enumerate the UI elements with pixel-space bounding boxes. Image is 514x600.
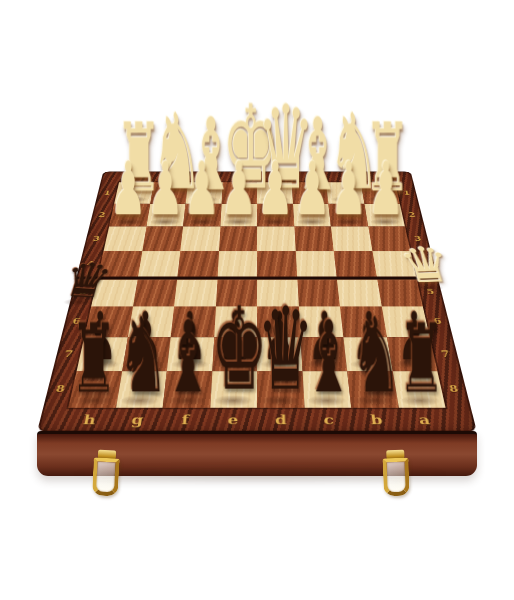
piece-shadow bbox=[354, 395, 395, 406]
file-label-h: h bbox=[64, 412, 115, 427]
piece-shadow bbox=[73, 395, 115, 406]
piece-shadow bbox=[369, 218, 401, 225]
white-rook: ♜ bbox=[115, 110, 150, 205]
file-label-f: f bbox=[161, 412, 210, 427]
square-f8: ♝ bbox=[163, 371, 212, 408]
square-a3 bbox=[368, 226, 410, 251]
square-e3 bbox=[219, 226, 257, 251]
piece-shadow bbox=[261, 395, 301, 406]
square-c8: ♝ bbox=[302, 371, 351, 408]
square-a2: ♟ bbox=[364, 204, 405, 227]
square-c4 bbox=[295, 251, 336, 277]
piece-shadow bbox=[81, 359, 121, 369]
piece-shadow bbox=[260, 218, 291, 225]
square-c2: ♟ bbox=[293, 204, 331, 227]
square-g4 bbox=[137, 251, 180, 277]
square-e1: ♚ bbox=[221, 182, 257, 203]
piece-shadow bbox=[394, 359, 434, 369]
hinge-fold-seam bbox=[76, 276, 438, 279]
square-h1: ♜ bbox=[114, 182, 153, 203]
piece-shadow bbox=[330, 196, 361, 203]
square-f5 bbox=[174, 278, 217, 307]
square-b8: ♞ bbox=[347, 371, 398, 408]
square-g5 bbox=[133, 278, 178, 307]
file-label-d: d bbox=[257, 412, 305, 427]
file-labels: hgfedcba bbox=[63, 408, 451, 432]
board-scene: ♜♞♝♚♛♝♞♜♟♟♟♟♟♟♟♟♟♟♟♟♟♟♟♟♜♞♝♚♛♝♞♜ hgfedcb… bbox=[37, 0, 477, 432]
piece-shadow bbox=[295, 196, 325, 203]
square-c7: ♟ bbox=[300, 337, 347, 371]
white-queen: ♛ bbox=[257, 90, 292, 206]
square-d7: ♟ bbox=[257, 337, 302, 371]
square-f6 bbox=[171, 306, 216, 337]
square-d4 bbox=[257, 251, 297, 277]
square-g6 bbox=[127, 306, 174, 337]
piece-shadow bbox=[261, 359, 299, 369]
square-b5 bbox=[337, 278, 382, 307]
piece-shadow bbox=[126, 359, 165, 369]
square-b2: ♟ bbox=[328, 204, 368, 227]
white-bishop: ♝ bbox=[186, 105, 221, 205]
square-a4 bbox=[372, 251, 416, 277]
floor-shadow bbox=[70, 466, 450, 482]
piece-shadow bbox=[223, 218, 254, 225]
square-b1: ♞ bbox=[326, 182, 364, 203]
square-a5 bbox=[377, 278, 423, 307]
piece-shadow bbox=[167, 395, 207, 406]
square-c1: ♝ bbox=[291, 182, 328, 203]
square-f7: ♟ bbox=[167, 337, 214, 371]
square-b3 bbox=[331, 226, 372, 251]
square-b4 bbox=[334, 251, 377, 277]
file-label-a: a bbox=[399, 412, 450, 427]
square-d2: ♟ bbox=[257, 204, 294, 227]
square-g2: ♟ bbox=[146, 204, 186, 227]
piece-shadow bbox=[189, 196, 219, 203]
chess-set-photo: ♜♞♝♚♛♝♞♜♟♟♟♟♟♟♟♟♟♟♟♟♟♟♟♟♜♞♝♚♛♝♞♜ hgfedcb… bbox=[0, 0, 514, 600]
square-h4 bbox=[98, 251, 142, 277]
square-h3 bbox=[104, 226, 146, 251]
square-g1: ♞ bbox=[150, 182, 188, 203]
piece-shadow bbox=[120, 395, 161, 406]
piece-shadow bbox=[214, 395, 254, 406]
square-a1: ♜ bbox=[360, 182, 399, 203]
piece-shadow bbox=[305, 359, 343, 369]
piece-shadow bbox=[186, 218, 217, 225]
piece-shadow bbox=[153, 196, 184, 203]
piece-shadow bbox=[400, 395, 442, 406]
piece-shadow bbox=[333, 218, 365, 225]
piece-shadow bbox=[112, 218, 144, 225]
square-a8: ♜ bbox=[392, 371, 445, 408]
square-d8: ♛ bbox=[257, 371, 304, 408]
square-f4 bbox=[177, 251, 218, 277]
square-f2: ♟ bbox=[183, 204, 221, 227]
file-label-e: e bbox=[209, 412, 257, 427]
file-label-b: b bbox=[352, 412, 402, 427]
white-knight: ♞ bbox=[151, 100, 186, 205]
square-g8: ♞ bbox=[116, 371, 167, 408]
square-h2: ♟ bbox=[109, 204, 150, 227]
square-d6 bbox=[257, 306, 300, 337]
piece-shadow bbox=[349, 359, 388, 369]
square-h5 bbox=[91, 278, 137, 307]
rank-label-right-4: 4 bbox=[410, 251, 437, 277]
piece-shadow bbox=[117, 196, 148, 203]
square-c6 bbox=[298, 306, 343, 337]
square-g7: ♟ bbox=[122, 337, 171, 371]
square-e7: ♟ bbox=[212, 337, 257, 371]
square-e6 bbox=[214, 306, 257, 337]
file-label-c: c bbox=[304, 412, 353, 427]
chess-board: ♜♞♝♚♛♝♞♜♟♟♟♟♟♟♟♟♟♟♟♟♟♟♟♟♜♞♝♚♛♝♞♜ hgfedcb… bbox=[37, 171, 477, 432]
square-f1: ♝ bbox=[186, 182, 223, 203]
square-d3 bbox=[257, 226, 295, 251]
square-h6 bbox=[84, 306, 132, 337]
piece-shadow bbox=[149, 218, 181, 225]
square-e4 bbox=[217, 251, 257, 277]
piece-shadow bbox=[224, 196, 254, 203]
rank-label-right-2: 2 bbox=[400, 204, 425, 227]
square-e5 bbox=[216, 278, 257, 307]
piece-shadow bbox=[62, 298, 95, 306]
piece-shadow bbox=[260, 196, 290, 203]
square-d5 bbox=[257, 278, 298, 307]
square-d1: ♛ bbox=[257, 182, 293, 203]
square-h7: ♟ bbox=[77, 337, 128, 371]
square-b7: ♟ bbox=[343, 337, 392, 371]
piece-shadow bbox=[307, 395, 347, 406]
rank-label-right-1: 1 bbox=[395, 182, 419, 203]
square-f3 bbox=[180, 226, 220, 251]
square-e8: ♚ bbox=[210, 371, 257, 408]
square-a7: ♟ bbox=[387, 337, 438, 371]
rank-label-right-3: 3 bbox=[405, 226, 431, 251]
white-bishop: ♝ bbox=[292, 105, 327, 205]
square-a6 bbox=[381, 306, 429, 337]
piece-shadow bbox=[413, 284, 445, 292]
square-b6 bbox=[340, 306, 387, 337]
board-grid: ♜♞♝♚♛♝♞♜♟♟♟♟♟♟♟♟♟♟♟♟♟♟♟♟♜♞♝♚♛♝♞♜ bbox=[68, 182, 445, 408]
piece-shadow bbox=[171, 359, 209, 369]
piece-shadow bbox=[296, 218, 327, 225]
white-knight: ♞ bbox=[328, 100, 363, 205]
square-c3 bbox=[294, 226, 334, 251]
white-king: ♚ bbox=[222, 90, 257, 206]
piece-shadow bbox=[366, 196, 397, 203]
piece-shadow bbox=[216, 359, 254, 369]
square-g3 bbox=[142, 226, 183, 251]
white-rook: ♜ bbox=[363, 110, 398, 205]
square-h8: ♜ bbox=[68, 371, 121, 408]
file-label-g: g bbox=[112, 412, 162, 427]
square-c5 bbox=[297, 278, 340, 307]
square-e2: ♟ bbox=[220, 204, 257, 227]
